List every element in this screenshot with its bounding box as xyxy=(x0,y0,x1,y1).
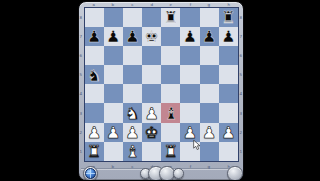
white-pawn[interactable]: ♟ xyxy=(202,125,216,141)
square-c4[interactable] xyxy=(123,84,142,103)
chess-board-frame: ♜♜♟♟♟♚♟♟♟♞♞♟♝♟♟♟♚♟♟♟♜♝♜ xyxy=(84,7,240,163)
coordinate-label: 8 xyxy=(239,8,244,27)
square-g4[interactable] xyxy=(200,84,219,103)
coordinate-label: 7 xyxy=(239,27,244,46)
square-e3[interactable]: ♝ xyxy=(161,103,180,122)
square-c8[interactable] xyxy=(123,8,142,27)
engine-button[interactable] xyxy=(83,166,99,181)
coordinate-label: 2 xyxy=(239,123,244,142)
white-pawn[interactable]: ♟ xyxy=(144,106,158,122)
square-f5[interactable] xyxy=(180,65,199,84)
coordinate-label: 5 xyxy=(239,65,244,84)
square-b6[interactable] xyxy=(104,46,123,65)
square-d5[interactable] xyxy=(142,65,161,84)
white-pawn[interactable]: ♟ xyxy=(87,125,101,141)
square-e4[interactable] xyxy=(161,84,180,103)
square-d3[interactable]: ♟ xyxy=(142,103,161,122)
square-a8[interactable] xyxy=(85,8,104,27)
square-c6[interactable] xyxy=(123,46,142,65)
square-c3[interactable]: ♞ xyxy=(123,103,142,122)
square-e8[interactable]: ♜ xyxy=(161,8,180,27)
square-h3[interactable] xyxy=(219,103,238,122)
square-a4[interactable] xyxy=(85,84,104,103)
square-d2[interactable]: ♚ xyxy=(142,123,161,142)
white-pawn[interactable]: ♟ xyxy=(125,125,139,141)
square-c7[interactable]: ♟ xyxy=(123,27,142,46)
chess-board: ♜♜♟♟♟♚♟♟♟♞♞♟♝♟♟♟♚♟♟♟♜♝♜ xyxy=(85,8,239,162)
black-pawn[interactable]: ♟ xyxy=(87,29,101,45)
menu-button[interactable] xyxy=(227,166,243,181)
white-bishop[interactable]: ♝ xyxy=(125,144,139,160)
square-a2[interactable]: ♟ xyxy=(85,123,104,142)
white-king[interactable]: ♚ xyxy=(144,125,158,141)
square-f6[interactable] xyxy=(180,46,199,65)
coordinate-label: 1 xyxy=(239,142,244,161)
square-b1[interactable] xyxy=(104,142,123,161)
square-a6[interactable] xyxy=(85,46,104,65)
square-a7[interactable]: ♟ xyxy=(85,27,104,46)
white-rook[interactable]: ♜ xyxy=(164,144,178,160)
black-rook[interactable]: ♜ xyxy=(164,10,178,26)
black-pawn[interactable]: ♟ xyxy=(221,29,235,45)
screen: ♜♜♟♟♟♚♟♟♟♞♞♟♝♟♟♟♚♟♟♟♜♝♜ abcdefgh abcdefg… xyxy=(0,0,320,180)
white-pawn[interactable]: ♟ xyxy=(106,125,120,141)
black-king[interactable]: ♚ xyxy=(144,29,158,45)
square-b7[interactable]: ♟ xyxy=(104,27,123,46)
black-rook[interactable]: ♜ xyxy=(221,10,235,26)
square-e5[interactable] xyxy=(161,65,180,84)
square-b2[interactable]: ♟ xyxy=(104,123,123,142)
square-h7[interactable]: ♟ xyxy=(219,27,238,46)
square-d8[interactable] xyxy=(142,8,161,27)
square-h4[interactable] xyxy=(219,84,238,103)
black-pawn[interactable]: ♟ xyxy=(106,29,120,45)
square-e2[interactable] xyxy=(161,123,180,142)
square-b4[interactable] xyxy=(104,84,123,103)
square-h8[interactable]: ♜ xyxy=(219,8,238,27)
black-pawn[interactable]: ♟ xyxy=(183,29,197,45)
square-g1[interactable] xyxy=(200,142,219,161)
white-pawn[interactable]: ♟ xyxy=(183,125,197,141)
square-c2[interactable]: ♟ xyxy=(123,123,142,142)
square-g2[interactable]: ♟ xyxy=(200,123,219,142)
square-c1[interactable]: ♝ xyxy=(123,142,142,161)
coordinate-label: 6 xyxy=(239,46,244,65)
square-f3[interactable] xyxy=(180,103,199,122)
white-pawn[interactable]: ♟ xyxy=(221,125,235,141)
square-f8[interactable] xyxy=(180,8,199,27)
square-h2[interactable]: ♟ xyxy=(219,123,238,142)
black-pawn[interactable]: ♟ xyxy=(202,29,216,45)
square-h6[interactable] xyxy=(219,46,238,65)
square-f7[interactable]: ♟ xyxy=(180,27,199,46)
square-g7[interactable]: ♟ xyxy=(200,27,219,46)
black-pawn[interactable]: ♟ xyxy=(125,29,139,45)
chess-app-window: ♜♜♟♟♟♚♟♟♟♞♞♟♝♟♟♟♚♟♟♟♜♝♜ abcdefgh abcdefg… xyxy=(78,1,244,180)
square-e1[interactable]: ♜ xyxy=(161,142,180,161)
square-d4[interactable] xyxy=(142,84,161,103)
black-knight[interactable]: ♞ xyxy=(87,67,101,83)
square-f4[interactable] xyxy=(180,84,199,103)
coordinate-label: 4 xyxy=(239,84,244,103)
coordinate-label: 3 xyxy=(239,104,244,123)
square-c5[interactable] xyxy=(123,65,142,84)
square-a3[interactable] xyxy=(85,103,104,122)
square-e6[interactable] xyxy=(161,46,180,65)
square-h1[interactable] xyxy=(219,142,238,161)
square-b5[interactable] xyxy=(104,65,123,84)
square-g8[interactable] xyxy=(200,8,219,27)
square-d7[interactable]: ♚ xyxy=(142,27,161,46)
square-g6[interactable] xyxy=(200,46,219,65)
square-h5[interactable] xyxy=(219,65,238,84)
square-f2[interactable]: ♟ xyxy=(180,123,199,142)
square-b8[interactable] xyxy=(104,8,123,27)
square-g3[interactable] xyxy=(200,103,219,122)
square-d6[interactable] xyxy=(142,46,161,65)
white-rook[interactable]: ♜ xyxy=(87,144,101,160)
square-g5[interactable] xyxy=(200,65,219,84)
mouse-cursor xyxy=(193,140,201,151)
blue-globe-icon xyxy=(85,168,97,180)
square-b3[interactable] xyxy=(104,103,123,122)
square-d1[interactable] xyxy=(142,142,161,161)
square-a1[interactable]: ♜ xyxy=(85,142,104,161)
rank-coordinates-right: 87654321 xyxy=(239,8,244,162)
black-bishop[interactable]: ♝ xyxy=(164,106,178,122)
nav-end-button[interactable] xyxy=(173,168,185,180)
white-knight[interactable]: ♞ xyxy=(125,106,139,122)
square-a5[interactable]: ♞ xyxy=(85,65,104,84)
square-e7[interactable] xyxy=(161,27,180,46)
